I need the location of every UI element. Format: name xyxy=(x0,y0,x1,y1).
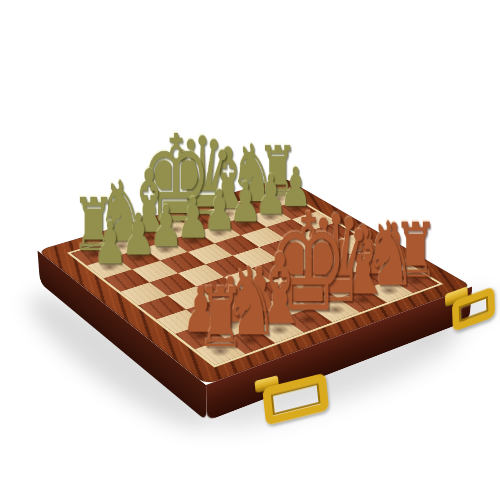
board-frame: ♜♞♝♚♛♝♞♜♟♟♟♟♟♟♟♟♟♟♟♟♟♟♟♟♜♞♝♚♛♝♞♜ xyxy=(38,178,473,385)
product-photo: ♜♞♝♚♛♝♞♜♟♟♟♟♟♟♟♟♟♟♟♟♟♟♟♟♜♞♝♚♛♝♞♜ xyxy=(0,0,500,500)
scene: ♜♞♝♚♛♝♞♜♟♟♟♟♟♟♟♟♟♟♟♟♟♟♟♟♜♞♝♚♛♝♞♜ xyxy=(0,0,500,500)
piece-copper-rook[interactable]: ♜ xyxy=(196,276,244,358)
piece-bronze-pawn[interactable]: ♟ xyxy=(92,214,126,272)
chessboard: ♜♞♝♚♛♝♞♜♟♟♟♟♟♟♟♟♟♟♟♟♟♟♟♟♜♞♝♚♛♝♞♜ xyxy=(38,178,473,385)
square-a1[interactable]: ♜ xyxy=(195,339,246,365)
